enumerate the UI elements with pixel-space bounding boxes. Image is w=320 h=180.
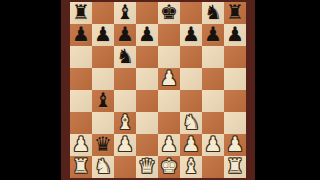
square-g8[interactable]: ♞	[202, 2, 224, 24]
square-a5[interactable]	[70, 68, 92, 90]
square-d3[interactable]	[136, 112, 158, 134]
piece-white-pawn: ♟	[72, 133, 90, 155]
square-d4[interactable]	[136, 90, 158, 112]
square-h3[interactable]	[224, 112, 246, 134]
piece-black-pawn: ♟	[72, 23, 90, 45]
square-e4[interactable]	[158, 90, 180, 112]
square-d7[interactable]: ♟	[136, 24, 158, 46]
square-c5[interactable]	[114, 68, 136, 90]
piece-black-knight: ♞	[116, 45, 134, 67]
piece-white-bishop: ♝	[116, 111, 134, 133]
square-e6[interactable]	[158, 46, 180, 68]
square-h6[interactable]	[224, 46, 246, 68]
piece-black-pawn: ♟	[94, 23, 112, 45]
piece-white-pawn: ♟	[226, 133, 244, 155]
video-frame: ♜♝♚♞♜♟♟♟♟♟♟♟♞♟♝♝♞♟♛♟♟♟♟♟♜♞♛♚♝♜	[0, 0, 320, 180]
square-e5[interactable]: ♟	[158, 68, 180, 90]
square-g3[interactable]	[202, 112, 224, 134]
piece-black-rook: ♜	[226, 1, 244, 23]
square-e8[interactable]: ♚	[158, 2, 180, 24]
square-a1[interactable]: ♜	[70, 156, 92, 178]
square-c4[interactable]	[114, 90, 136, 112]
square-d2[interactable]	[136, 134, 158, 156]
piece-black-pawn: ♟	[182, 23, 200, 45]
piece-black-pawn: ♟	[116, 23, 134, 45]
square-h8[interactable]: ♜	[224, 2, 246, 24]
square-g4[interactable]	[202, 90, 224, 112]
piece-black-pawn: ♟	[204, 23, 222, 45]
piece-black-king: ♚	[160, 1, 178, 23]
piece-black-bishop: ♝	[94, 89, 112, 111]
square-c7[interactable]: ♟	[114, 24, 136, 46]
piece-white-knight: ♞	[94, 155, 112, 177]
square-h5[interactable]	[224, 68, 246, 90]
square-b3[interactable]	[92, 112, 114, 134]
square-a2[interactable]: ♟	[70, 134, 92, 156]
square-b6[interactable]	[92, 46, 114, 68]
square-b5[interactable]	[92, 68, 114, 90]
piece-black-bishop: ♝	[116, 1, 134, 23]
square-b7[interactable]: ♟	[92, 24, 114, 46]
piece-black-pawn: ♟	[138, 23, 156, 45]
square-a6[interactable]	[70, 46, 92, 68]
square-g5[interactable]	[202, 68, 224, 90]
square-f7[interactable]: ♟	[180, 24, 202, 46]
square-d1[interactable]: ♛	[136, 156, 158, 178]
piece-white-king: ♚	[160, 155, 178, 177]
square-h1[interactable]: ♜	[224, 156, 246, 178]
piece-white-queen: ♛	[138, 155, 156, 177]
piece-black-pawn: ♟	[226, 23, 244, 45]
square-a8[interactable]: ♜	[70, 2, 92, 24]
square-h2[interactable]: ♟	[224, 134, 246, 156]
piece-white-pawn: ♟	[182, 133, 200, 155]
square-h7[interactable]: ♟	[224, 24, 246, 46]
square-b2[interactable]: ♛	[92, 134, 114, 156]
chessboard-frame: ♜♝♚♞♜♟♟♟♟♟♟♟♞♟♝♝♞♟♛♟♟♟♟♟♜♞♛♚♝♜	[61, 0, 255, 180]
chessboard: ♜♝♚♞♜♟♟♟♟♟♟♟♞♟♝♝♞♟♛♟♟♟♟♟♜♞♛♚♝♜	[70, 2, 246, 178]
square-f5[interactable]	[180, 68, 202, 90]
square-c3[interactable]: ♝	[114, 112, 136, 134]
square-c8[interactable]: ♝	[114, 2, 136, 24]
square-f6[interactable]	[180, 46, 202, 68]
square-e3[interactable]	[158, 112, 180, 134]
square-a7[interactable]: ♟	[70, 24, 92, 46]
piece-black-queen: ♛	[94, 133, 112, 155]
square-g2[interactable]: ♟	[202, 134, 224, 156]
piece-white-pawn: ♟	[116, 133, 134, 155]
piece-white-rook: ♜	[72, 155, 90, 177]
piece-white-knight: ♞	[182, 111, 200, 133]
square-c6[interactable]: ♞	[114, 46, 136, 68]
piece-white-pawn: ♟	[204, 133, 222, 155]
square-e2[interactable]: ♟	[158, 134, 180, 156]
square-g6[interactable]	[202, 46, 224, 68]
square-b4[interactable]: ♝	[92, 90, 114, 112]
square-f4[interactable]	[180, 90, 202, 112]
square-b1[interactable]: ♞	[92, 156, 114, 178]
square-f3[interactable]: ♞	[180, 112, 202, 134]
square-b8[interactable]	[92, 2, 114, 24]
square-f2[interactable]: ♟	[180, 134, 202, 156]
square-a4[interactable]	[70, 90, 92, 112]
square-f8[interactable]	[180, 2, 202, 24]
square-g1[interactable]	[202, 156, 224, 178]
square-f1[interactable]: ♝	[180, 156, 202, 178]
square-e1[interactable]: ♚	[158, 156, 180, 178]
piece-black-knight: ♞	[204, 1, 222, 23]
square-d8[interactable]	[136, 2, 158, 24]
square-h4[interactable]	[224, 90, 246, 112]
square-d5[interactable]	[136, 68, 158, 90]
piece-white-rook: ♜	[226, 155, 244, 177]
square-c1[interactable]	[114, 156, 136, 178]
square-a3[interactable]	[70, 112, 92, 134]
piece-black-rook: ♜	[72, 1, 90, 23]
square-e7[interactable]	[158, 24, 180, 46]
piece-white-pawn: ♟	[160, 67, 178, 89]
square-d6[interactable]	[136, 46, 158, 68]
square-c2[interactable]: ♟	[114, 134, 136, 156]
piece-white-bishop: ♝	[182, 155, 200, 177]
piece-white-pawn: ♟	[160, 133, 178, 155]
square-g7[interactable]: ♟	[202, 24, 224, 46]
